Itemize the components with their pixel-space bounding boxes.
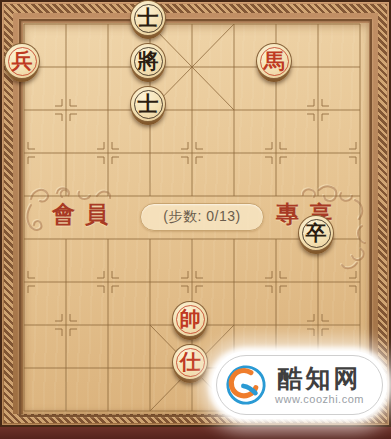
piece-face: 帥 [172,301,208,337]
coozhi-logo-icon [221,360,271,410]
river-left-label: 會員 [52,202,118,228]
piece-face: 仕 [172,344,208,380]
piece-glyph: 兵 [12,51,33,72]
piece-glyph: 將 [138,51,159,72]
piece-face: 士 [130,0,166,36]
piece-red-soldier[interactable]: 兵 [4,43,40,83]
watermark-site-url: www.coozhi.com [275,393,364,405]
xiangqi-app-window: 會員 (步数: 0/13) 專享 士兵將馬士卒帥仕 酷知网 www.coozhi… [0,0,391,439]
piece-glyph: 卒 [306,223,327,244]
table-strip [0,427,391,439]
coozhi-watermark: 酷知网 www.coozhi.com [212,351,387,419]
piece-black-general[interactable]: 將 [130,43,166,83]
piece-face: 兵 [4,43,40,79]
piece-red-general[interactable]: 帥 [172,301,208,341]
steps-counter: (步数: 0/13) [140,203,264,231]
piece-black-soldier[interactable]: 卒 [298,215,334,255]
piece-glyph: 士 [138,8,159,29]
piece-red-horse[interactable]: 馬 [256,43,292,83]
piece-red-advisor[interactable]: 仕 [172,344,208,384]
piece-black-advisor-2[interactable]: 士 [130,86,166,126]
piece-face: 馬 [256,43,292,79]
piece-glyph: 馬 [264,51,285,72]
piece-glyph: 帥 [180,309,201,330]
piece-face: 將 [130,43,166,79]
piece-face: 卒 [298,215,334,251]
piece-glyph: 仕 [180,352,201,373]
piece-black-advisor-1[interactable]: 士 [130,0,166,40]
watermark-site-name: 酷知网 [277,365,361,393]
piece-glyph: 士 [138,94,159,115]
piece-face: 士 [130,86,166,122]
